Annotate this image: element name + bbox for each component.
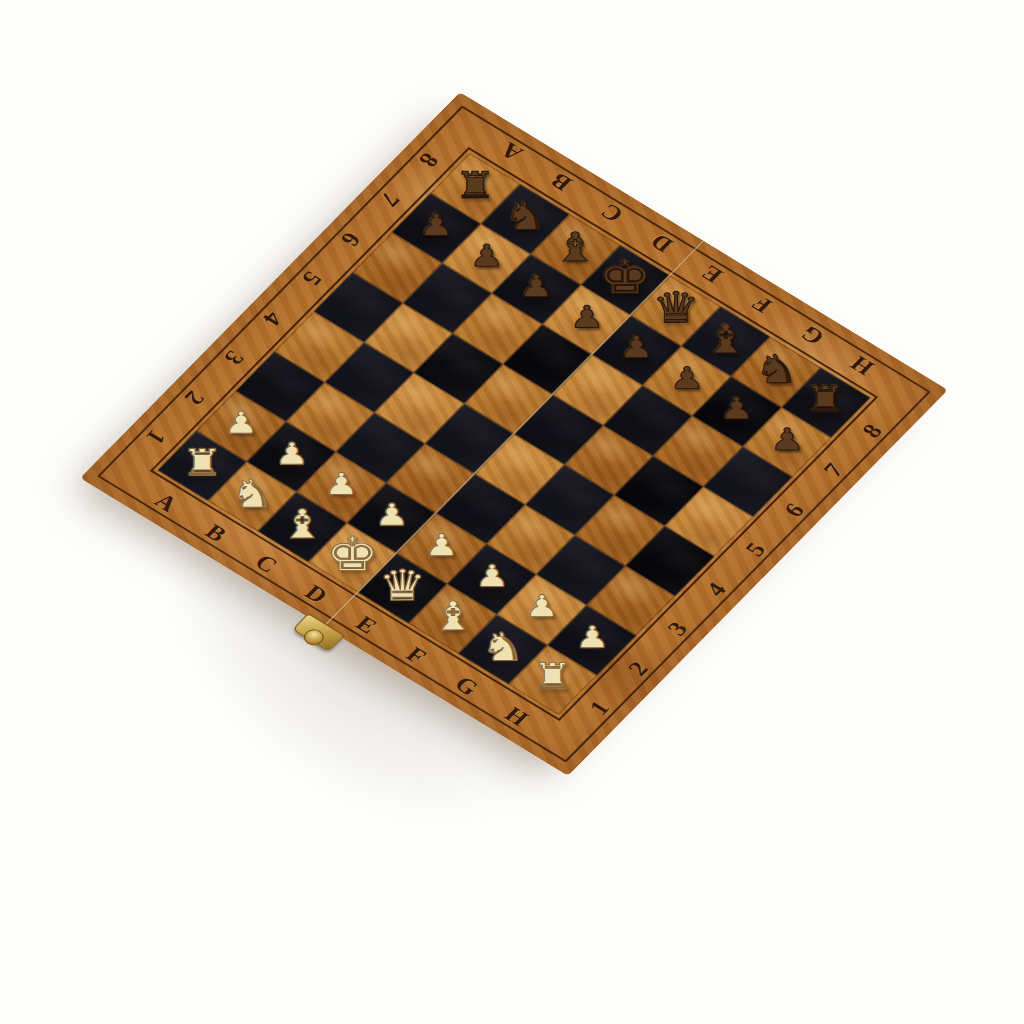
white-queen[interactable]: ♛ — [378, 564, 427, 607]
white-bishop[interactable]: ♝ — [279, 504, 325, 544]
black-pawn[interactable]: ♟ — [469, 240, 504, 271]
file-label-top-F: F — [747, 291, 778, 317]
rank-label-right-7: 7 — [818, 459, 850, 482]
black-rook[interactable]: ♜ — [454, 167, 496, 204]
black-pawn[interactable]: ♟ — [569, 302, 604, 333]
file-label-bottom-B: B — [200, 520, 232, 547]
black-pawn[interactable]: ♟ — [619, 332, 654, 363]
white-pawn[interactable]: ♟ — [224, 408, 259, 439]
file-label-top-A: A — [495, 137, 528, 165]
rank-label-right-6: 6 — [779, 499, 811, 522]
white-pawn[interactable]: ♟ — [524, 592, 559, 623]
rank-label-right-5: 5 — [740, 539, 772, 562]
black-pawn[interactable]: ♟ — [519, 271, 554, 302]
black-pawn[interactable]: ♟ — [669, 363, 704, 394]
file-label-bottom-F: F — [401, 642, 432, 668]
white-rook[interactable]: ♜ — [532, 659, 574, 696]
rank-label-left-8: 8 — [413, 148, 445, 171]
white-pawn[interactable]: ♟ — [324, 469, 359, 500]
file-label-top-C: C — [595, 198, 628, 226]
rank-label-left-7: 7 — [373, 188, 405, 211]
file-label-top-H: H — [845, 351, 880, 380]
white-pawn[interactable]: ♟ — [474, 561, 509, 592]
file-label-bottom-G: G — [449, 672, 484, 701]
photo-background: ♜♞♝♚♛♝♞♜♟♟♟♟♟♟♟♟♟♟♟♟♟♟♟♟♜♞♝♚♛♝♞♜ AABBCCD… — [0, 0, 1024, 1024]
white-bishop[interactable]: ♝ — [430, 596, 476, 636]
white-pawn[interactable]: ♟ — [574, 622, 609, 653]
file-label-bottom-H: H — [499, 703, 534, 732]
rank-label-left-3: 3 — [217, 346, 249, 369]
file-label-top-G: G — [795, 320, 830, 349]
file-label-bottom-A: A — [149, 489, 182, 517]
white-rook[interactable]: ♜ — [181, 445, 223, 482]
black-pawn[interactable]: ♟ — [770, 424, 805, 455]
rank-label-right-1: 1 — [584, 697, 616, 720]
rank-label-right-2: 2 — [623, 657, 655, 680]
rank-label-left-2: 2 — [178, 386, 210, 409]
black-pawn[interactable]: ♟ — [719, 393, 754, 424]
black-pawn[interactable]: ♟ — [419, 210, 454, 241]
white-pawn[interactable]: ♟ — [374, 500, 409, 531]
black-king[interactable]: ♚ — [599, 254, 653, 301]
rank-label-left-5: 5 — [295, 267, 327, 290]
black-bishop[interactable]: ♝ — [703, 318, 749, 358]
rank-label-right-3: 3 — [662, 618, 694, 641]
rank-label-right-4: 4 — [701, 578, 733, 601]
file-label-bottom-C: C — [249, 550, 282, 578]
black-rook[interactable]: ♜ — [805, 381, 847, 418]
file-label-top-B: B — [546, 168, 578, 195]
rank-label-left-4: 4 — [256, 307, 288, 330]
black-queen[interactable]: ♛ — [651, 287, 700, 330]
rank-label-left-6: 6 — [334, 228, 366, 251]
white-knight[interactable]: ♞ — [230, 474, 275, 513]
white-pawn[interactable]: ♟ — [274, 439, 309, 470]
black-bishop[interactable]: ♝ — [553, 227, 599, 267]
white-king[interactable]: ♚ — [326, 531, 380, 578]
black-knight[interactable]: ♞ — [753, 349, 798, 388]
black-knight[interactable]: ♞ — [503, 196, 548, 235]
file-label-bottom-E: E — [350, 611, 382, 638]
file-label-top-E: E — [696, 260, 728, 287]
rank-label-right-8: 8 — [857, 420, 889, 443]
rank-label-left-1: 1 — [139, 426, 171, 449]
white-knight[interactable]: ♞ — [480, 627, 525, 666]
file-label-bottom-D: D — [299, 581, 332, 609]
white-pawn[interactable]: ♟ — [424, 530, 459, 561]
